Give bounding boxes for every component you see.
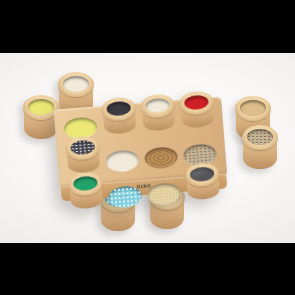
cup-fill-yellow bbox=[28, 99, 54, 115]
cup-rim bbox=[235, 96, 271, 121]
well-ridged-wood[interactable] bbox=[144, 146, 179, 170]
letterbox-bar-bottom bbox=[0, 243, 295, 295]
cell-r3c1[interactable] bbox=[65, 180, 107, 219]
cell-r3c4[interactable] bbox=[182, 171, 224, 210]
well-turquoise[interactable] bbox=[108, 185, 143, 209]
cup-fill-oatmeal bbox=[247, 129, 273, 145]
cell-r3c2[interactable] bbox=[104, 177, 146, 216]
cup-fill-cream bbox=[63, 76, 89, 92]
board-grid bbox=[60, 99, 221, 185]
cup-slate[interactable] bbox=[184, 162, 221, 201]
cup-fill-red bbox=[183, 95, 208, 111]
cup-fill-black-felt bbox=[106, 101, 131, 117]
cup-cream-felt[interactable] bbox=[139, 93, 176, 132]
cell-r2c2[interactable] bbox=[101, 141, 143, 180]
well-sand[interactable] bbox=[147, 182, 182, 206]
well-cream-felt[interactable] bbox=[105, 149, 140, 173]
cup-fill-glitter-black bbox=[70, 140, 95, 156]
cup-fill-green bbox=[72, 176, 97, 192]
cup-glitter-black[interactable] bbox=[64, 135, 101, 174]
board: tickit bbox=[54, 97, 229, 204]
cup-oatmeal[interactable] bbox=[242, 125, 278, 169]
product-photo: tickit bbox=[0, 0, 295, 295]
cup-black-felt[interactable] bbox=[100, 96, 137, 135]
cup-rim bbox=[58, 72, 94, 97]
cell-r2c3[interactable] bbox=[140, 138, 182, 177]
cell-r3c3[interactable] bbox=[143, 174, 185, 213]
cell-r1c2[interactable] bbox=[99, 105, 141, 144]
cup-fill-plain-wood bbox=[240, 100, 266, 116]
cup-rim bbox=[242, 125, 278, 150]
cell-r1c4[interactable] bbox=[176, 99, 218, 138]
cup-fill-cream-felt bbox=[145, 98, 170, 114]
cup-red[interactable] bbox=[178, 90, 215, 129]
cell-r1c3[interactable] bbox=[137, 102, 179, 141]
cup-fill-slate bbox=[189, 166, 214, 182]
letterbox-bar-top bbox=[0, 0, 295, 53]
cup-green[interactable] bbox=[67, 171, 104, 210]
